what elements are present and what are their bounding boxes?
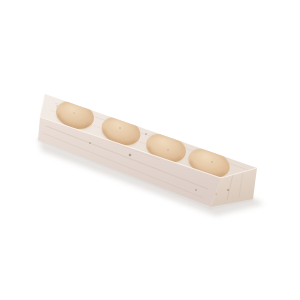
product-photo-scene <box>0 0 300 300</box>
wood-knot <box>89 142 91 144</box>
wood-knot <box>227 189 229 191</box>
wood-knot <box>129 154 132 157</box>
wood-knot <box>167 149 168 150</box>
wood-knot <box>56 105 58 107</box>
wood-knot <box>73 112 74 113</box>
wood-knot <box>119 127 121 129</box>
wood-knot <box>145 133 147 135</box>
wood-knot <box>195 189 197 191</box>
wood-knot <box>211 161 213 163</box>
wooden-pit-board <box>0 0 300 300</box>
